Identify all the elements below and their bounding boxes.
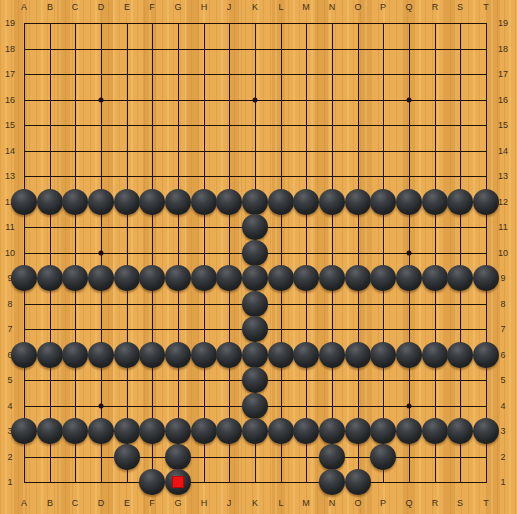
black-stone[interactable] <box>139 342 165 368</box>
black-stone[interactable] <box>319 418 345 444</box>
coord-label-left: 11 <box>5 222 14 232</box>
coord-label-right: 2 <box>500 452 505 462</box>
coord-label-left: 2 <box>7 452 12 462</box>
coord-label-left: 16 <box>5 95 15 105</box>
coord-label-top: L <box>278 2 283 12</box>
black-stone[interactable] <box>293 265 319 291</box>
black-stone[interactable] <box>319 189 345 215</box>
grid-line-vertical <box>383 23 384 483</box>
black-stone[interactable] <box>139 469 165 495</box>
coord-label-right: 13 <box>498 171 508 181</box>
black-stone[interactable] <box>396 265 422 291</box>
black-stone[interactable] <box>62 342 88 368</box>
black-stone[interactable] <box>319 342 345 368</box>
black-stone[interactable] <box>345 189 371 215</box>
black-stone[interactable] <box>62 418 88 444</box>
black-stone[interactable] <box>473 418 499 444</box>
coord-label-top: B <box>47 2 53 12</box>
black-stone[interactable] <box>11 265 37 291</box>
black-stone[interactable] <box>268 342 294 368</box>
coord-label-bottom: A <box>21 498 27 508</box>
coord-label-bottom: J <box>227 498 232 508</box>
black-stone[interactable] <box>319 444 345 470</box>
coord-label-bottom: M <box>302 498 310 508</box>
black-stone[interactable] <box>165 418 191 444</box>
coord-label-top: S <box>457 2 463 12</box>
black-stone[interactable] <box>88 265 114 291</box>
black-stone[interactable] <box>37 189 63 215</box>
black-stone[interactable] <box>242 342 268 368</box>
black-stone[interactable] <box>191 265 217 291</box>
grid-line-horizontal <box>24 482 487 483</box>
black-stone[interactable] <box>139 265 165 291</box>
coord-label-bottom: N <box>329 498 336 508</box>
star-point <box>407 404 412 409</box>
black-stone[interactable] <box>473 342 499 368</box>
coord-label-top: G <box>174 2 181 12</box>
black-stone[interactable] <box>293 418 319 444</box>
coord-label-top: H <box>201 2 208 12</box>
coord-label-right: 11 <box>498 222 507 232</box>
coord-label-top: A <box>21 2 27 12</box>
coord-label-bottom: K <box>252 498 258 508</box>
coord-label-top: R <box>432 2 439 12</box>
star-point <box>407 251 412 256</box>
black-stone[interactable] <box>114 418 140 444</box>
coord-label-right: 19 <box>498 18 508 28</box>
black-stone[interactable] <box>216 342 242 368</box>
black-stone[interactable] <box>114 444 140 470</box>
black-stone[interactable] <box>370 444 396 470</box>
coord-label-bottom: G <box>174 498 181 508</box>
coord-label-top: M <box>302 2 310 12</box>
coord-label-bottom: E <box>124 498 130 508</box>
black-stone[interactable] <box>447 189 473 215</box>
black-stone[interactable] <box>422 418 448 444</box>
star-point <box>253 98 258 103</box>
coord-label-right: 5 <box>500 375 505 385</box>
black-stone[interactable] <box>62 265 88 291</box>
coord-label-top: F <box>149 2 155 12</box>
grid-line-horizontal <box>24 457 487 458</box>
coord-label-top: D <box>98 2 105 12</box>
black-stone[interactable] <box>345 342 371 368</box>
grid-line-vertical <box>486 23 487 483</box>
black-stone[interactable] <box>345 469 371 495</box>
black-stone[interactable] <box>242 393 268 419</box>
grid-line-vertical <box>281 23 282 483</box>
black-stone[interactable] <box>473 189 499 215</box>
coord-label-right: 4 <box>500 401 505 411</box>
go-board[interactable]: AABBCCDDEEFFGGHHJJKKLLMMNNOOPPQQRRSSTT19… <box>0 0 517 514</box>
coord-label-top: T <box>483 2 489 12</box>
coord-label-left: 19 <box>5 18 15 28</box>
coord-label-left: 13 <box>5 171 15 181</box>
coord-label-right: 9 <box>500 273 505 283</box>
coord-label-bottom: T <box>483 498 489 508</box>
coord-label-bottom: H <box>201 498 208 508</box>
coord-label-right: 1 <box>500 477 505 487</box>
coord-label-left: 1 <box>7 477 12 487</box>
coord-label-top: Q <box>405 2 412 12</box>
black-stone[interactable] <box>345 265 371 291</box>
coord-label-right: 7 <box>500 324 505 334</box>
black-stone[interactable] <box>37 265 63 291</box>
coord-label-top: J <box>227 2 232 12</box>
black-stone[interactable] <box>370 342 396 368</box>
black-stone[interactable] <box>242 316 268 342</box>
black-stone[interactable] <box>422 265 448 291</box>
black-stone[interactable] <box>396 418 422 444</box>
coord-label-left: 10 <box>5 248 15 258</box>
black-stone[interactable] <box>191 189 217 215</box>
coord-label-bottom: L <box>278 498 283 508</box>
black-stone[interactable] <box>11 342 37 368</box>
black-stone[interactable] <box>396 189 422 215</box>
black-stone[interactable] <box>114 189 140 215</box>
black-stone[interactable] <box>370 418 396 444</box>
black-stone[interactable] <box>319 469 345 495</box>
black-stone[interactable] <box>216 265 242 291</box>
coord-label-left: 7 <box>7 324 12 334</box>
black-stone[interactable] <box>37 342 63 368</box>
coord-label-right: 3 <box>500 426 505 436</box>
black-stone[interactable] <box>473 265 499 291</box>
coord-label-right: 10 <box>498 248 508 258</box>
coord-label-bottom: F <box>149 498 155 508</box>
black-stone[interactable] <box>165 189 191 215</box>
coord-label-top: C <box>72 2 79 12</box>
black-stone[interactable] <box>165 342 191 368</box>
black-stone[interactable] <box>114 265 140 291</box>
grid-line-vertical <box>435 23 436 483</box>
black-stone[interactable] <box>268 265 294 291</box>
black-stone[interactable] <box>11 418 37 444</box>
coord-label-bottom: O <box>354 498 361 508</box>
grid-line-vertical <box>460 23 461 483</box>
grid-line-vertical <box>358 23 359 483</box>
black-stone[interactable] <box>293 342 319 368</box>
coord-label-bottom: Q <box>405 498 412 508</box>
last-move-marker <box>172 476 184 488</box>
black-stone[interactable] <box>191 342 217 368</box>
black-stone[interactable] <box>242 291 268 317</box>
coord-label-right: 16 <box>498 95 508 105</box>
black-stone[interactable] <box>370 189 396 215</box>
star-point <box>407 98 412 103</box>
coord-label-right: 12 <box>498 197 508 207</box>
black-stone[interactable] <box>37 418 63 444</box>
star-point <box>99 251 104 256</box>
coord-label-bottom: C <box>72 498 79 508</box>
black-stone[interactable] <box>396 342 422 368</box>
black-stone[interactable] <box>345 418 371 444</box>
grid-line-vertical <box>332 23 333 483</box>
black-stone[interactable] <box>62 189 88 215</box>
star-point <box>99 404 104 409</box>
black-stone[interactable] <box>242 418 268 444</box>
coord-label-top: P <box>380 2 386 12</box>
black-stone[interactable] <box>88 342 114 368</box>
coord-label-top: N <box>329 2 336 12</box>
black-stone[interactable] <box>268 189 294 215</box>
black-stone[interactable] <box>447 342 473 368</box>
black-stone[interactable] <box>114 342 140 368</box>
black-stone[interactable] <box>165 265 191 291</box>
black-stone[interactable] <box>422 189 448 215</box>
black-stone[interactable] <box>242 189 268 215</box>
black-stone[interactable] <box>191 418 217 444</box>
grid-line-vertical <box>306 23 307 483</box>
black-stone[interactable] <box>139 189 165 215</box>
black-stone[interactable] <box>370 265 396 291</box>
coord-label-top: O <box>354 2 361 12</box>
black-stone[interactable] <box>139 418 165 444</box>
black-stone[interactable] <box>242 240 268 266</box>
black-stone[interactable] <box>319 265 345 291</box>
coord-label-right: 15 <box>498 120 508 130</box>
black-stone[interactable] <box>242 367 268 393</box>
coord-label-left: 15 <box>5 120 15 130</box>
coord-label-left: 17 <box>5 69 15 79</box>
black-stone[interactable] <box>447 418 473 444</box>
black-stone[interactable] <box>242 214 268 240</box>
coord-label-right: 8 <box>500 299 505 309</box>
coord-label-top: E <box>124 2 130 12</box>
coord-label-bottom: S <box>457 498 463 508</box>
black-stone[interactable] <box>216 418 242 444</box>
black-stone[interactable] <box>88 189 114 215</box>
black-stone[interactable] <box>216 189 242 215</box>
coord-label-right: 17 <box>498 69 508 79</box>
black-stone[interactable] <box>11 189 37 215</box>
coord-label-left: 5 <box>7 375 12 385</box>
coord-label-top: K <box>252 2 258 12</box>
coord-label-left: 18 <box>5 44 15 54</box>
black-stone[interactable] <box>447 265 473 291</box>
black-stone[interactable] <box>88 418 114 444</box>
coord-label-left: 14 <box>5 146 15 156</box>
black-stone[interactable] <box>242 265 268 291</box>
coord-label-bottom: B <box>47 498 53 508</box>
coord-label-left: 8 <box>7 299 12 309</box>
black-stone[interactable] <box>422 342 448 368</box>
coord-label-bottom: D <box>98 498 105 508</box>
black-stone[interactable] <box>268 418 294 444</box>
black-stone[interactable] <box>165 444 191 470</box>
coord-label-bottom: P <box>380 498 386 508</box>
coord-label-right: 18 <box>498 44 508 54</box>
coord-label-right: 14 <box>498 146 508 156</box>
black-stone[interactable] <box>293 189 319 215</box>
coord-label-right: 6 <box>500 350 505 360</box>
coord-label-left: 4 <box>7 401 12 411</box>
coord-label-bottom: R <box>432 498 439 508</box>
star-point <box>99 98 104 103</box>
